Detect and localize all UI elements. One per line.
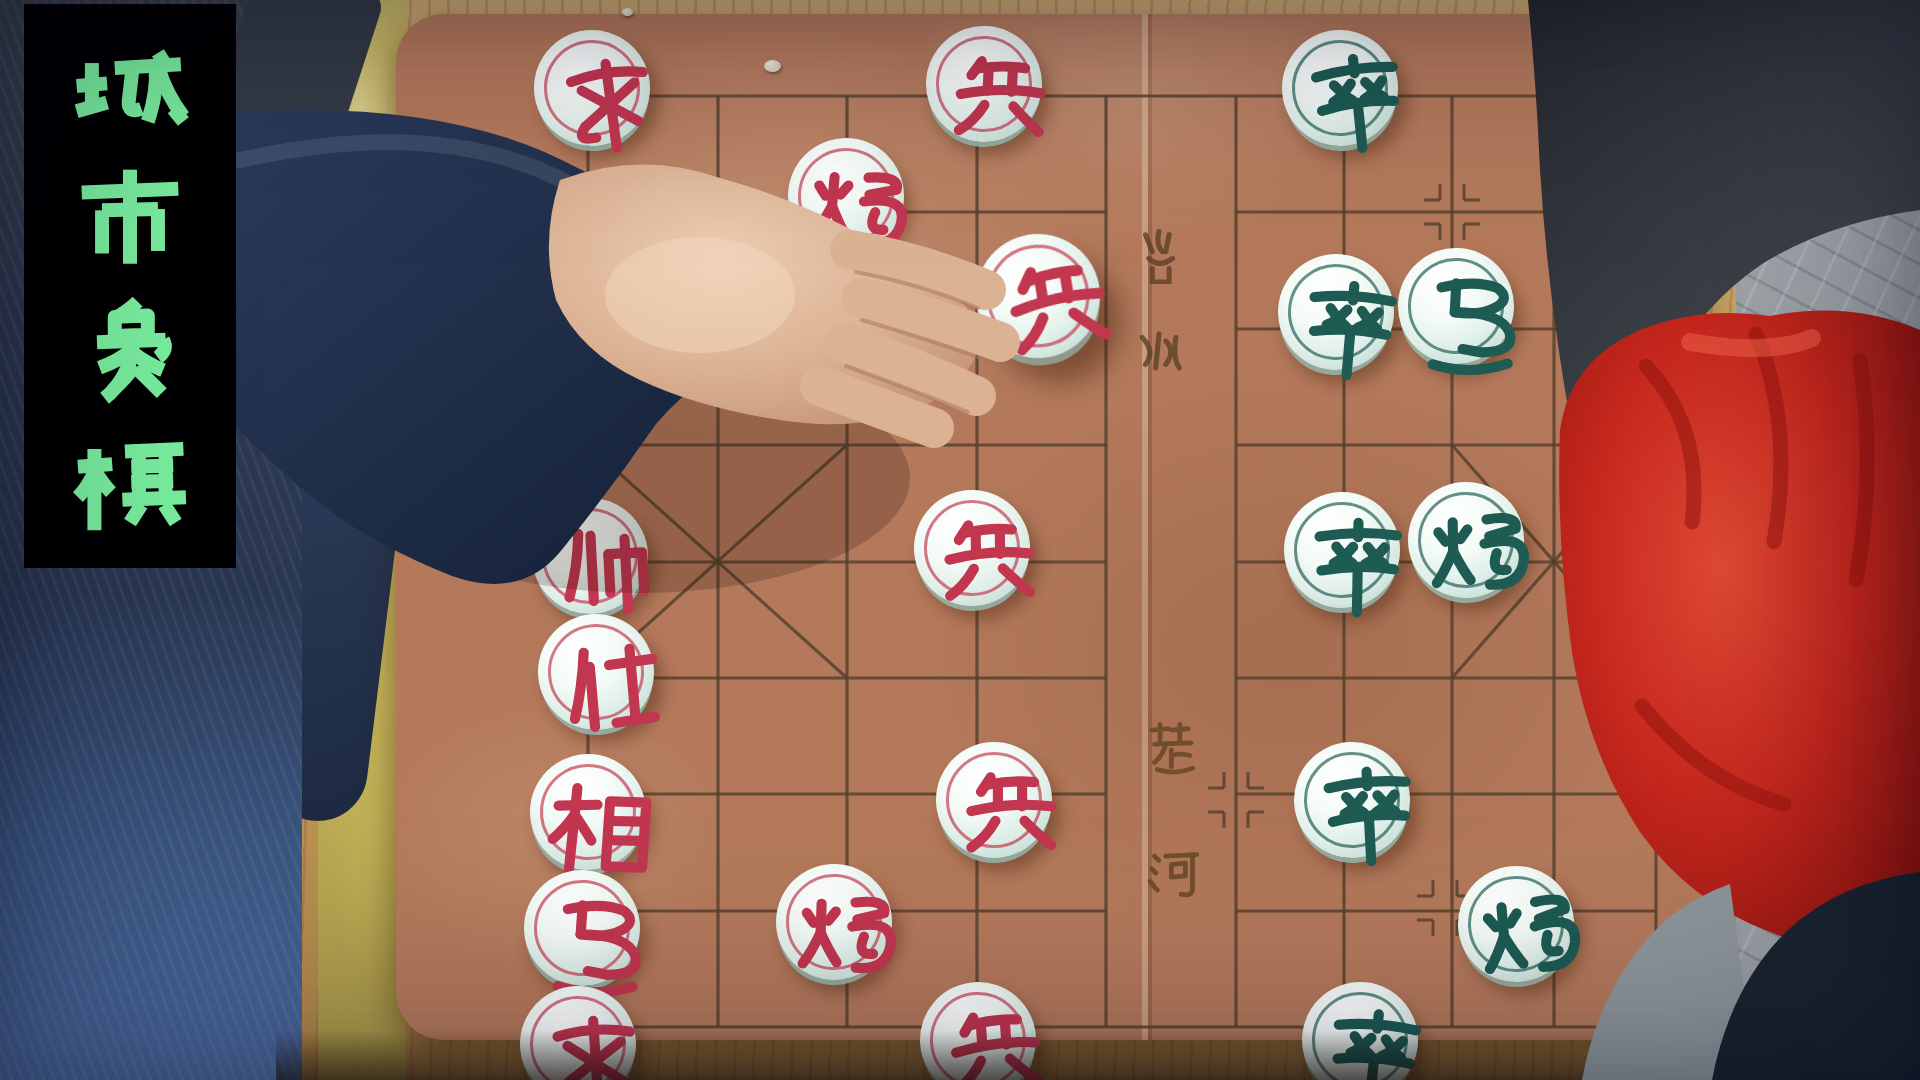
piece-red-soldier[interactable]: 兵 — [936, 742, 1052, 858]
river-sketch-mark — [1132, 226, 1186, 284]
banner-char — [47, 294, 213, 416]
piece-red-soldier[interactable]: 兵 — [913, 489, 1031, 607]
photo-frame: 車炮兵兵兵帅仕相馬炮兵車兵卒卒馬卒砲卒砲卒 — [0, 0, 1920, 1080]
river-sketch-mark — [1132, 322, 1186, 380]
banner-char — [47, 426, 213, 548]
banner-char — [47, 162, 213, 284]
banner-char — [47, 30, 213, 152]
title-banner: 城市象棋 — [24, 4, 236, 568]
river-char — [1146, 716, 1208, 778]
pebble — [764, 60, 781, 72]
table-edge-shadow — [276, 1030, 1736, 1080]
pebble — [622, 8, 633, 16]
piece-black-cannon[interactable]: 砲 — [1407, 481, 1525, 599]
river-char — [1146, 842, 1208, 904]
piece-black-soldier[interactable]: 卒 — [1283, 491, 1401, 609]
